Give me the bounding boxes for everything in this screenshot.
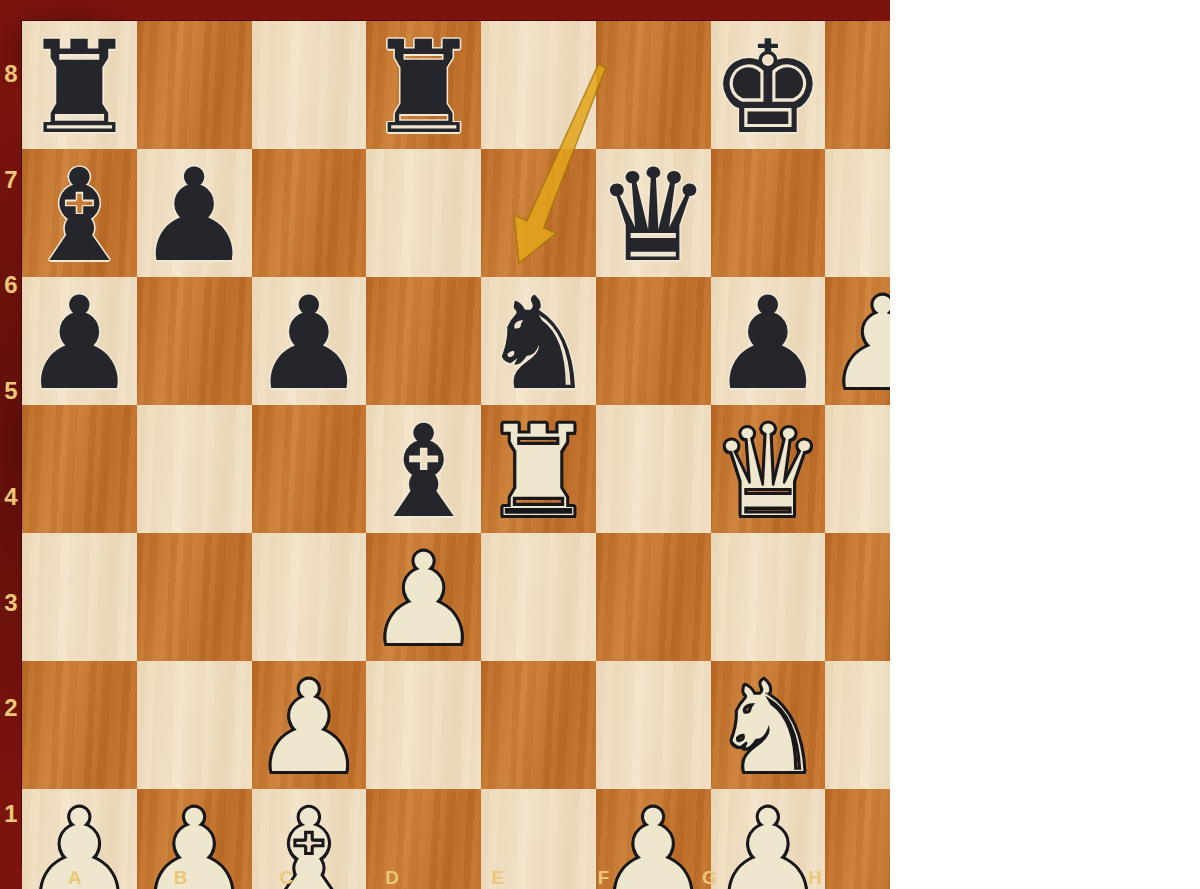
black-pawn-g6[interactable]: ♟	[711, 280, 826, 408]
white-knight-g3[interactable]: ♞	[711, 664, 826, 792]
square-c5[interactable]	[252, 405, 367, 533]
file-label-e: E	[445, 867, 551, 889]
rank-label-4: 4	[0, 444, 22, 550]
square-b7[interactable]: ♟	[137, 149, 252, 277]
square-g5[interactable]: ♛	[711, 405, 826, 533]
file-label-a: A	[22, 867, 128, 889]
square-b5[interactable]	[137, 405, 252, 533]
square-f7[interactable]: ♛	[596, 149, 711, 277]
black-rook-a8[interactable]: ♜	[22, 24, 137, 152]
square-b3[interactable]	[137, 661, 252, 789]
square-g6[interactable]: ♟	[711, 277, 826, 405]
white-rook-e5[interactable]: ♜	[481, 408, 596, 536]
black-rook-d8[interactable]: ♜	[366, 24, 481, 152]
square-f4[interactable]	[596, 533, 711, 661]
file-labels: ABCDEFGH	[22, 867, 868, 889]
file-label-b: B	[128, 867, 234, 889]
file-label-f: F	[551, 867, 657, 889]
square-e3[interactable]	[481, 661, 596, 789]
rank-label-1: 1	[0, 761, 22, 867]
square-c7[interactable]	[252, 149, 367, 277]
chess-diagram: 87654321 ♜♜♚♝♟♛♟♟♞♟♟♝♜♛♟♟♞♟♟♝♟♟♜♚ ABCDEF…	[0, 0, 1200, 889]
square-e5[interactable]: ♜	[481, 405, 596, 533]
square-f6[interactable]	[596, 277, 711, 405]
board-frame: 87654321 ♜♜♚♝♟♛♟♟♞♟♟♝♜♛♟♟♞♟♟♝♟♟♜♚ ABCDEF…	[0, 0, 890, 889]
square-a8[interactable]: ♜	[22, 21, 137, 149]
square-f8[interactable]	[596, 21, 711, 149]
white-pawn-d4[interactable]: ♟	[366, 536, 481, 664]
square-e6[interactable]: ♞	[481, 277, 596, 405]
square-a3[interactable]	[22, 661, 137, 789]
square-a5[interactable]	[22, 405, 137, 533]
rank-label-7: 7	[0, 127, 22, 233]
square-f5[interactable]	[596, 405, 711, 533]
square-c4[interactable]	[252, 533, 367, 661]
square-c3[interactable]: ♟	[252, 661, 367, 789]
square-e7[interactable]	[481, 149, 596, 277]
square-g7[interactable]	[711, 149, 826, 277]
square-a7[interactable]: ♝	[22, 149, 137, 277]
square-b4[interactable]	[137, 533, 252, 661]
file-label-d: D	[339, 867, 445, 889]
rank-label-2: 2	[0, 656, 22, 762]
black-pawn-b7[interactable]: ♟	[137, 152, 252, 280]
rank-label-8: 8	[0, 21, 22, 127]
file-label-c: C	[234, 867, 340, 889]
rank-labels: 87654321	[0, 21, 22, 867]
square-e8[interactable]	[481, 21, 596, 149]
black-pawn-c6[interactable]: ♟	[252, 280, 367, 408]
square-d8[interactable]: ♜	[366, 21, 481, 149]
square-c6[interactable]: ♟	[252, 277, 367, 405]
square-e4[interactable]	[481, 533, 596, 661]
square-d7[interactable]	[366, 149, 481, 277]
square-d5[interactable]: ♝	[366, 405, 481, 533]
square-g3[interactable]: ♞	[711, 661, 826, 789]
black-queen-f7[interactable]: ♛	[596, 152, 711, 280]
file-label-g: G	[657, 867, 763, 889]
square-a4[interactable]	[22, 533, 137, 661]
square-a6[interactable]: ♟	[22, 277, 137, 405]
square-d3[interactable]	[366, 661, 481, 789]
black-pawn-a6[interactable]: ♟	[22, 280, 137, 408]
black-bishop-d5[interactable]: ♝	[366, 408, 481, 536]
square-g4[interactable]	[711, 533, 826, 661]
rank-label-5: 5	[0, 338, 22, 444]
rank-label-3: 3	[0, 550, 22, 656]
black-king-g8[interactable]: ♚	[711, 24, 826, 152]
square-c8[interactable]	[252, 21, 367, 149]
square-g8[interactable]: ♚	[711, 21, 826, 149]
white-queen-g5[interactable]: ♛	[711, 408, 826, 536]
square-b8[interactable]	[137, 21, 252, 149]
square-d6[interactable]	[366, 277, 481, 405]
black-knight-e6[interactable]: ♞	[481, 280, 596, 408]
black-bishop-a7[interactable]: ♝	[22, 152, 137, 280]
chess-board[interactable]: ♜♜♚♝♟♛♟♟♞♟♟♝♜♛♟♟♞♟♟♝♟♟♜♚	[22, 21, 868, 867]
white-pawn-c3[interactable]: ♟	[252, 664, 367, 792]
square-f3[interactable]	[596, 661, 711, 789]
square-b6[interactable]	[137, 277, 252, 405]
right-whitespace	[890, 0, 1200, 889]
square-d4[interactable]: ♟	[366, 533, 481, 661]
file-label-h: H	[762, 867, 868, 889]
rank-label-6: 6	[0, 233, 22, 339]
